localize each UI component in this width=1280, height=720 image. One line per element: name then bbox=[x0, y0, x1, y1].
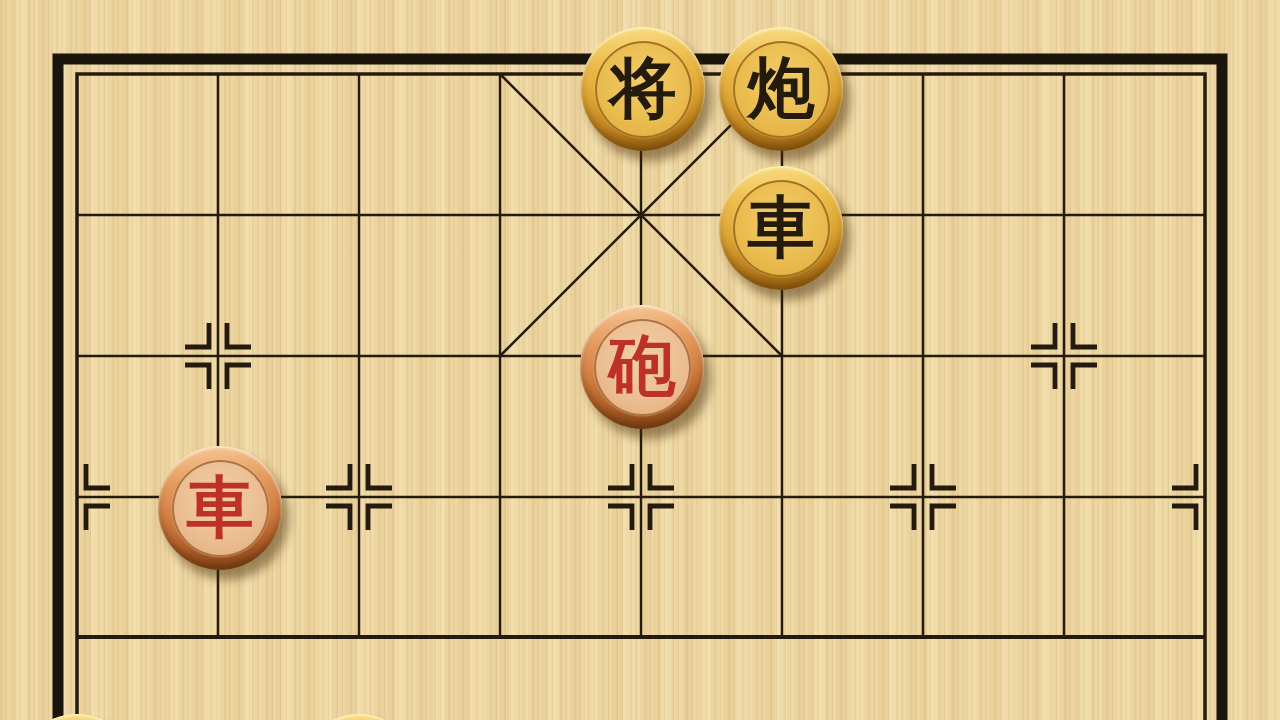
xiangqi-board[interactable]: 将 炮 車 砲 車 卒 bbox=[0, 0, 1280, 720]
piece-face: 炮 bbox=[733, 41, 830, 138]
piece-black-general[interactable]: 将 bbox=[581, 27, 705, 151]
piece-face: 将 bbox=[595, 41, 692, 138]
piece-black-cannon[interactable]: 炮 bbox=[719, 27, 843, 151]
piece-red-cannon[interactable]: 砲 bbox=[580, 305, 704, 429]
piece-face: 砲 bbox=[594, 319, 691, 416]
piece-glyph: 砲 bbox=[609, 332, 676, 399]
piece-red-chariot[interactable]: 車 bbox=[158, 446, 282, 570]
piece-glyph: 車 bbox=[187, 473, 254, 540]
piece-glyph: 車 bbox=[748, 193, 815, 260]
piece-face: 車 bbox=[172, 460, 269, 557]
piece-glyph: 炮 bbox=[748, 54, 815, 121]
piece-black-chariot[interactable]: 車 bbox=[719, 166, 843, 290]
xiangqi-app-screen: 将 炮 車 砲 車 卒 bbox=[0, 0, 1280, 720]
piece-face: 車 bbox=[733, 180, 830, 277]
piece-glyph: 将 bbox=[610, 54, 677, 121]
